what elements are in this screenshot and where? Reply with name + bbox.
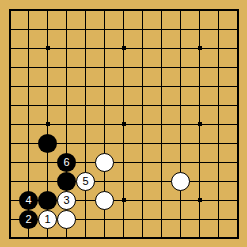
black-stone	[57, 172, 76, 191]
vertical-grid-line	[180, 10, 181, 238]
white-stone-move-5: 5	[76, 172, 95, 191]
star-point	[46, 122, 50, 126]
black-stone	[38, 191, 57, 210]
star-point	[122, 46, 126, 50]
star-point	[46, 46, 50, 50]
star-point	[198, 46, 202, 50]
horizontal-grid-line	[10, 181, 238, 182]
star-point	[122, 198, 126, 202]
white-stone-move-1: 1	[38, 210, 57, 229]
white-stone	[171, 172, 190, 191]
black-stone	[38, 134, 57, 153]
stone-number-label: 4	[25, 195, 31, 206]
star-point	[198, 122, 202, 126]
black-stone-move-2: 2	[19, 210, 38, 229]
vertical-grid-line	[142, 10, 143, 238]
stone-number-label: 6	[63, 157, 69, 168]
stone-number-label: 3	[63, 195, 69, 206]
stone-number-label: 1	[44, 214, 50, 225]
black-stone-move-4: 4	[19, 191, 38, 210]
stone-number-label: 2	[25, 214, 31, 225]
white-stone	[57, 210, 76, 229]
star-point	[198, 198, 202, 202]
stone-number-label: 5	[82, 176, 88, 187]
horizontal-grid-line	[10, 162, 238, 163]
white-stone-move-3: 3	[57, 191, 76, 210]
black-stone-move-6: 6	[57, 153, 76, 172]
vertical-grid-line	[161, 10, 162, 238]
star-point	[122, 122, 126, 126]
white-stone	[95, 153, 114, 172]
vertical-grid-line	[218, 10, 219, 238]
white-stone	[95, 191, 114, 210]
go-board: 654321	[0, 0, 247, 247]
